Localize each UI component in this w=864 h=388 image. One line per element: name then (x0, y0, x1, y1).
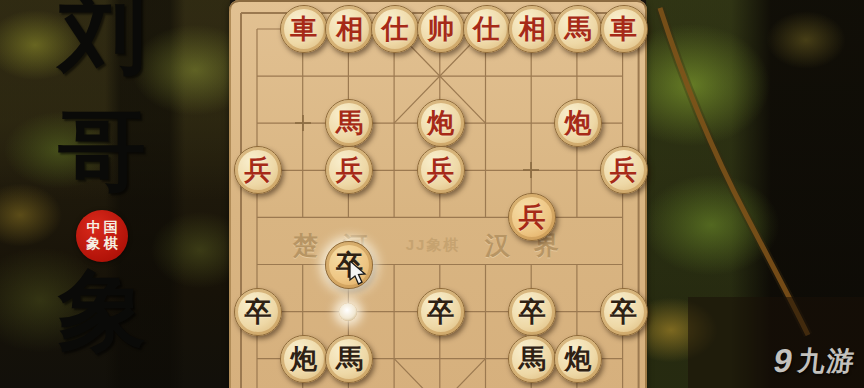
piece-char: 帅 (427, 6, 454, 52)
piece-char: 炮 (564, 336, 591, 382)
orb-marker[interactable] (339, 303, 357, 321)
jiuyou-logo: 9 九游 (774, 342, 856, 380)
piece-red-f1[interactable]: 仕 (463, 5, 511, 53)
cross-marker (523, 162, 539, 178)
piece-char: 卒 (427, 289, 454, 335)
piece-black-b8[interactable]: 炮 (280, 335, 328, 383)
piece-char: 兵 (610, 147, 637, 193)
calligraphy-char-2: 哥 (50, 108, 154, 204)
piece-char: 卒 (245, 289, 272, 335)
jiuyou-logo-text: 九游 (796, 343, 858, 379)
piece-black-h8[interactable]: 炮 (554, 335, 602, 383)
piece-char: 炮 (290, 336, 317, 382)
xiangqi-board[interactable]: 楚河 汉界 JJ象棋 車相仕帅仕相馬車馬炮炮兵兵兵兵兵卒卒卒卒卒炮馬馬炮 (229, 0, 647, 388)
piece-red-h1[interactable]: 馬 (554, 5, 602, 53)
piece-red-i4[interactable]: 兵 (600, 146, 648, 194)
title-calligraphy: 刘 哥 中国 象棋 象 (50, 0, 154, 386)
piece-black-a7[interactable]: 卒 (234, 288, 282, 336)
calligraphy-char-1: 刘 (50, 0, 154, 108)
calligraphy-char-3: 象 (50, 268, 154, 386)
piece-char: 馬 (336, 100, 363, 146)
piece-char: 車 (290, 6, 317, 52)
piece-black-i7[interactable]: 卒 (600, 288, 648, 336)
piece-black-c8[interactable]: 馬 (325, 335, 373, 383)
piece-char: 兵 (427, 147, 454, 193)
piece-char: 馬 (564, 6, 591, 52)
piece-char: 車 (610, 6, 637, 52)
seal-line-2: 象棋 (84, 236, 121, 252)
app-watermark: JJ象棋 (371, 236, 495, 255)
piece-char: 炮 (427, 100, 454, 146)
piece-char: 馬 (519, 336, 546, 382)
piece-char: 仕 (473, 6, 500, 52)
jiuyou-logo-mark: 9 (770, 342, 795, 380)
china-chess-seal: 中国 象棋 (76, 210, 128, 262)
piece-char: 仕 (382, 6, 409, 52)
piece-char: 馬 (336, 336, 363, 382)
screenshot: 刘 哥 中国 象棋 象 楚河 汉界 JJ象棋 車相仕帅仕相馬車馬炮炮兵兵兵兵兵卒… (0, 0, 864, 388)
piece-red-g1[interactable]: 相 (508, 5, 556, 53)
piece-red-e3[interactable]: 炮 (417, 99, 465, 147)
piece-black-g7[interactable]: 卒 (508, 288, 556, 336)
piece-char: 卒 (610, 289, 637, 335)
seal-line-1: 中国 (84, 220, 121, 236)
piece-red-h3[interactable]: 炮 (554, 99, 602, 147)
cross-marker (295, 115, 311, 131)
piece-black-g8[interactable]: 馬 (508, 335, 556, 383)
piece-red-e1[interactable]: 帅 (417, 5, 465, 53)
piece-char: 兵 (245, 147, 272, 193)
piece-char: 相 (519, 6, 546, 52)
mouse-cursor (349, 261, 371, 287)
piece-char: 相 (336, 6, 363, 52)
piece-red-a4[interactable]: 兵 (234, 146, 282, 194)
piece-char: 兵 (336, 147, 363, 193)
piece-red-i1[interactable]: 車 (600, 5, 648, 53)
piece-char: 兵 (519, 194, 546, 240)
piece-black-e7[interactable]: 卒 (417, 288, 465, 336)
piece-red-e4[interactable]: 兵 (417, 146, 465, 194)
piece-char: 炮 (564, 100, 591, 146)
piece-red-b1[interactable]: 車 (280, 5, 328, 53)
piece-red-d1[interactable]: 仕 (371, 5, 419, 53)
piece-char: 卒 (519, 289, 546, 335)
